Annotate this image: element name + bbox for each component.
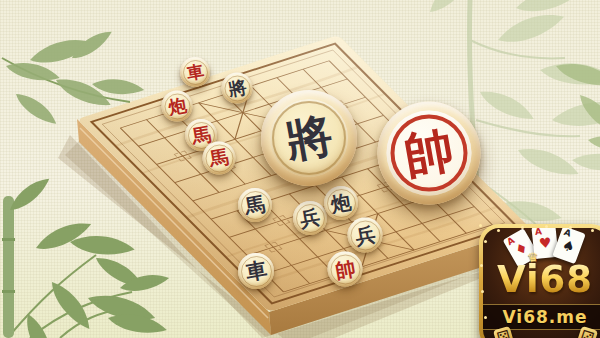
piece-black-炮[interactable]: 炮 [324,186,358,220]
piece-red-馬[interactable]: 馬 [203,142,236,175]
piece-black-車[interactable]: 車 [238,253,274,289]
piece-black-馬[interactable]: 馬 [238,188,272,222]
piece-character: 兵 [353,223,376,246]
piece-black-兵[interactable]: 兵 [293,201,327,235]
piece-character: 馬 [190,124,212,146]
piece-face: 帥 [387,111,471,195]
piece-character: 車 [244,259,268,283]
logo-marquee-lights [479,224,482,227]
vi68-logo-title: Vi68 [483,258,600,301]
piece-character: 將 [282,111,335,164]
piece-character: 將 [227,78,248,99]
piece-character: 車 [185,62,205,82]
piece-character: 馬 [243,193,266,216]
piece-face: 將 [270,99,349,178]
piece-character: 兵 [298,206,321,229]
piece-red-炮[interactable]: 炮 [162,91,193,122]
vi68-logo[interactable]: A ♦ A ♥ A ♠ ♛ Vi68 Vi68.me ⚄ ⚂ [479,224,600,338]
piece-character: 炮 [329,191,352,214]
promo-scene: 車將炮馬馬馬兵炮兵車帥將帥 A ♦ A ♥ A ♠ ♛ Vi68 Vi68.me… [0,0,600,338]
piece-red-車[interactable]: 車 [180,57,210,87]
vi68-logo-panel: A ♦ A ♥ A ♠ ♛ Vi68 Vi68.me ⚄ ⚂ [483,228,600,338]
piece-character: 炮 [167,96,188,117]
piece-red-帥[interactable]: 帥 [328,252,363,287]
piece-black-兵[interactable]: 兵 [348,218,383,253]
decor-piece-black-將[interactable]: 將 [261,90,357,186]
decor-piece-red-帥[interactable]: 帥 [378,102,481,205]
piece-character: 帥 [333,257,356,280]
piece-black-將[interactable]: 將 [222,73,253,104]
piece-character: 馬 [208,147,230,169]
piece-character: 帥 [401,125,458,182]
